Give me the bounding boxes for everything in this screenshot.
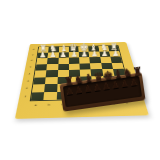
rank-label: 8 <box>33 49 35 51</box>
piece-white-pawn[interactable]: ♟ <box>101 50 108 58</box>
tray-piece-black-pawn[interactable]: ♟ <box>102 82 111 92</box>
piece-white-pawn[interactable]: ♟ <box>91 50 98 58</box>
piece-white-pawn[interactable]: ♟ <box>39 51 46 59</box>
tray-piece-black-pawn[interactable]: ♟ <box>93 83 102 93</box>
piece-white-pawn[interactable]: ♟ <box>60 50 67 58</box>
square-a1[interactable] <box>31 92 44 100</box>
rank-label: 4 <box>28 73 30 75</box>
square-f7[interactable]: ♟ <box>89 52 100 58</box>
square-e7[interactable]: ♟ <box>79 52 90 58</box>
piece-white-pawn[interactable]: ♟ <box>112 49 119 57</box>
rank-label: 7 <box>32 54 34 56</box>
rank-label: 6 <box>31 60 33 62</box>
piece-white-pawn[interactable]: ♟ <box>70 50 77 58</box>
rank-label: 5 <box>30 66 32 68</box>
square-b2[interactable] <box>44 84 57 92</box>
square-a7[interactable]: ♟ <box>37 53 48 59</box>
square-h6[interactable] <box>110 57 122 63</box>
piece-white-pawn[interactable]: ♟ <box>81 50 88 58</box>
tray-piece-black-pawn[interactable]: ♟ <box>111 81 120 91</box>
tray-piece-black-pawn[interactable]: ♟ <box>65 87 74 97</box>
square-d7[interactable]: ♟ <box>69 52 79 58</box>
tray-piece-black-pawn[interactable]: ♟ <box>74 86 83 96</box>
file-label: a <box>34 104 36 107</box>
rank-label: 3 <box>27 80 29 82</box>
tray-piece-black-pawn[interactable]: ♟ <box>120 79 129 89</box>
chess-set-product-photo: 87654321 abcdefgh ♜♞♝♛♚♝♞♜♟♟♟♟♟♟♟♟ ♜♞♝♛♚… <box>0 0 160 160</box>
piece-white-pawn[interactable]: ♟ <box>49 51 56 59</box>
tray-piece-black-pawn[interactable]: ♟ <box>83 84 92 94</box>
file-label: b <box>48 104 50 107</box>
square-b5[interactable] <box>47 64 58 71</box>
rank-label: 1 <box>24 96 27 98</box>
square-a2[interactable] <box>32 84 45 92</box>
square-b1[interactable] <box>44 92 57 100</box>
rank-label: 2 <box>26 88 28 90</box>
square-b3[interactable] <box>45 77 57 84</box>
tray-piece-black-rook[interactable]: ♜ <box>132 65 143 77</box>
tray-piece-black-pawn[interactable]: ♟ <box>129 78 138 88</box>
